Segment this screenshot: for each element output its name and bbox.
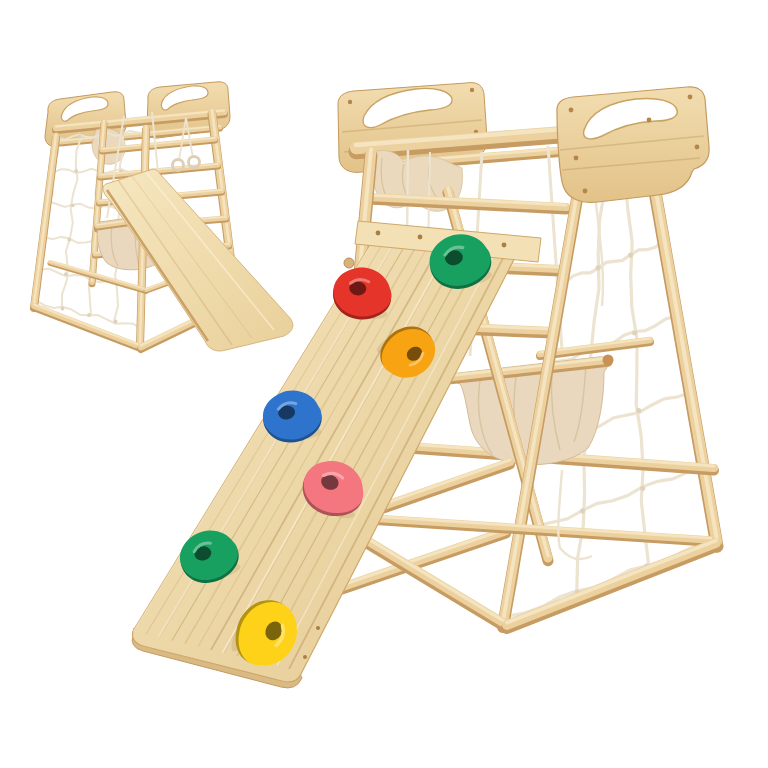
hook-dowel-end bbox=[344, 258, 354, 268]
bar-highlight bbox=[34, 134, 56, 304]
screw bbox=[470, 88, 474, 92]
screw bbox=[569, 108, 574, 113]
screw bbox=[303, 655, 307, 659]
net-rope bbox=[625, 177, 649, 566]
climbing-gym-illustration bbox=[0, 0, 768, 768]
wood-bar bbox=[650, 157, 717, 546]
screw bbox=[688, 95, 693, 100]
screw bbox=[695, 145, 700, 150]
net-knot bbox=[596, 265, 601, 270]
net-rope bbox=[522, 464, 702, 535]
bar-body bbox=[34, 306, 141, 347]
screw bbox=[376, 231, 381, 236]
screw bbox=[418, 235, 423, 240]
net-rope bbox=[566, 241, 664, 282]
product-photo bbox=[0, 0, 768, 768]
screw bbox=[348, 100, 352, 104]
bar-highlight bbox=[650, 157, 717, 540]
screw bbox=[502, 243, 507, 248]
net-knot bbox=[71, 203, 75, 207]
bar-highlight bbox=[34, 305, 141, 346]
net-knot bbox=[74, 169, 78, 173]
mu-right-handle-panel bbox=[557, 87, 709, 203]
wood-bar bbox=[34, 305, 141, 349]
bar-highlight bbox=[507, 541, 716, 623]
dowel-end-cap bbox=[603, 355, 614, 366]
net-knot bbox=[628, 253, 633, 258]
net-knot bbox=[67, 238, 71, 242]
screw bbox=[647, 118, 652, 123]
screw bbox=[583, 189, 588, 194]
screw bbox=[574, 156, 579, 161]
net-knot bbox=[640, 486, 645, 491]
mu-right-back-leg bbox=[650, 157, 717, 546]
net-knot bbox=[64, 272, 68, 276]
bar-body bbox=[507, 543, 716, 625]
net-knot bbox=[61, 307, 65, 311]
net-knot bbox=[636, 408, 641, 413]
net-knot bbox=[632, 330, 637, 335]
net-knot bbox=[87, 313, 91, 317]
background-play-gym bbox=[34, 82, 293, 351]
net-knot bbox=[78, 135, 82, 139]
wood-bar bbox=[507, 541, 716, 628]
net-knot bbox=[580, 508, 585, 513]
net-rope bbox=[62, 137, 81, 309]
wood-bar bbox=[34, 134, 56, 308]
net-knot bbox=[114, 320, 118, 324]
screw bbox=[316, 626, 320, 630]
